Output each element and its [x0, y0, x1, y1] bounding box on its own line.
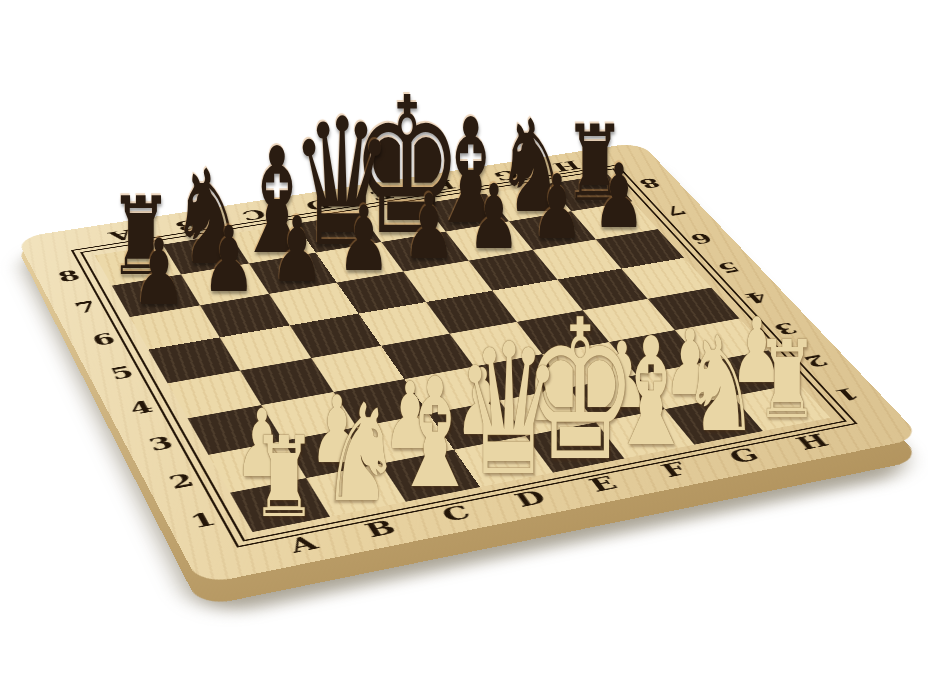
piece-black-pawn[interactable]: ♟	[337, 194, 390, 284]
piece-black-pawn[interactable]: ♟	[593, 153, 645, 242]
piece-white-rook[interactable]: ♜	[756, 326, 819, 433]
piece-black-pawn[interactable]: ♟	[403, 184, 456, 274]
piece-white-rook[interactable]: ♜	[251, 421, 317, 532]
piece-black-pawn[interactable]: ♟	[202, 216, 256, 307]
piece-white-bishop[interactable]: ♝	[391, 359, 481, 510]
piece-black-pawn[interactable]: ♟	[270, 205, 324, 296]
piece-black-pawn[interactable]: ♟	[132, 227, 186, 318]
piece-black-pawn[interactable]: ♟	[531, 163, 584, 252]
scene: 12345678 12345678 ABCDEFGH ABCDEFGH ♜♞♝♛…	[0, 0, 928, 686]
piece-black-pawn[interactable]: ♟	[467, 173, 520, 262]
pieces-layer: ♜♞♝♛♚♝♞♜♟♟♟♟♟♟♟♟♟♟♟♟♟♟♟♟♜♞♝♛♚♝♞♜	[0, 0, 928, 686]
piece-white-knight[interactable]: ♞	[321, 387, 401, 522]
